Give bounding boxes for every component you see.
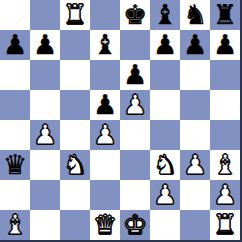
square-g8[interactable]: ♞ xyxy=(180,0,210,30)
piece-black-pawn-h7: ♟ xyxy=(213,31,237,58)
square-a6[interactable] xyxy=(0,60,30,90)
piece-white-bishop-h3: ♝ xyxy=(213,151,237,178)
piece-white-pawn-h2: ♟ xyxy=(213,181,237,208)
piece-white-bishop-a1: ♝ xyxy=(3,211,27,238)
square-c1[interactable] xyxy=(60,210,90,240)
piece-black-bishop-d7: ♝ xyxy=(93,31,117,58)
square-a1[interactable]: ♝ xyxy=(0,210,30,240)
square-d7[interactable]: ♝ xyxy=(90,30,120,60)
square-b5[interactable] xyxy=(30,90,60,120)
square-f5[interactable] xyxy=(150,90,180,120)
square-c8[interactable]: ♜ xyxy=(60,0,90,30)
piece-white-pawn-b4: ♟ xyxy=(33,121,57,148)
square-a5[interactable] xyxy=(0,90,30,120)
piece-white-rook-h1: ♜ xyxy=(213,211,237,238)
square-a7[interactable]: ♟ xyxy=(0,30,30,60)
square-e5[interactable]: ♟ xyxy=(120,90,150,120)
piece-black-pawn-e6: ♟ xyxy=(123,61,147,88)
square-b2[interactable] xyxy=(30,180,60,210)
square-e4[interactable] xyxy=(120,120,150,150)
square-b6[interactable] xyxy=(30,60,60,90)
piece-black-pawn-d5: ♟ xyxy=(93,91,117,118)
square-a2[interactable] xyxy=(0,180,30,210)
square-g5[interactable] xyxy=(180,90,210,120)
square-f8[interactable]: ♝ xyxy=(150,0,180,30)
square-d1[interactable]: ♛ xyxy=(90,210,120,240)
square-b8[interactable] xyxy=(30,0,60,30)
square-e8[interactable]: ♚ xyxy=(120,0,150,30)
square-g4[interactable] xyxy=(180,120,210,150)
chess-board: ♜♚♝♞♜♟♟♝♟♟♟♟♟♟♟♟♛♞♞♟♝♟♟♝♛♚♜ xyxy=(0,0,242,242)
square-h7[interactable]: ♟ xyxy=(210,30,240,60)
square-e1[interactable]: ♚ xyxy=(120,210,150,240)
square-g3[interactable]: ♟ xyxy=(180,150,210,180)
square-h3[interactable]: ♝ xyxy=(210,150,240,180)
piece-black-pawn-f7: ♟ xyxy=(153,31,177,58)
piece-white-queen-d1: ♛ xyxy=(93,211,117,238)
piece-white-king-e1: ♚ xyxy=(123,211,147,238)
square-f7[interactable]: ♟ xyxy=(150,30,180,60)
square-h6[interactable] xyxy=(210,60,240,90)
square-g6[interactable] xyxy=(180,60,210,90)
square-c7[interactable] xyxy=(60,30,90,60)
square-b1[interactable] xyxy=(30,210,60,240)
square-g7[interactable]: ♟ xyxy=(180,30,210,60)
square-d4[interactable]: ♟ xyxy=(90,120,120,150)
piece-black-pawn-a7: ♟ xyxy=(3,31,27,58)
square-b7[interactable]: ♟ xyxy=(30,30,60,60)
square-h5[interactable] xyxy=(210,90,240,120)
piece-black-queen-a3: ♛ xyxy=(3,151,27,178)
square-g1[interactable] xyxy=(180,210,210,240)
piece-black-bishop-f8: ♝ xyxy=(153,1,177,28)
square-h1[interactable]: ♜ xyxy=(210,210,240,240)
square-c4[interactable] xyxy=(60,120,90,150)
square-b4[interactable]: ♟ xyxy=(30,120,60,150)
square-a4[interactable] xyxy=(0,120,30,150)
piece-black-pawn-g7: ♟ xyxy=(183,31,207,58)
piece-white-rook-c8: ♜ xyxy=(63,1,87,28)
square-d5[interactable]: ♟ xyxy=(90,90,120,120)
square-c6[interactable] xyxy=(60,60,90,90)
square-c3[interactable]: ♞ xyxy=(60,150,90,180)
square-d8[interactable] xyxy=(90,0,120,30)
square-c2[interactable] xyxy=(60,180,90,210)
piece-white-pawn-f2: ♟ xyxy=(153,181,177,208)
square-e6[interactable]: ♟ xyxy=(120,60,150,90)
piece-white-knight-c3: ♞ xyxy=(63,151,87,178)
square-h8[interactable]: ♜ xyxy=(210,0,240,30)
piece-white-pawn-g3: ♟ xyxy=(183,151,207,178)
square-f6[interactable] xyxy=(150,60,180,90)
square-d3[interactable] xyxy=(90,150,120,180)
square-h4[interactable] xyxy=(210,120,240,150)
square-e7[interactable] xyxy=(120,30,150,60)
piece-white-pawn-d4: ♟ xyxy=(93,121,117,148)
square-e3[interactable] xyxy=(120,150,150,180)
square-b3[interactable] xyxy=(30,150,60,180)
square-a8[interactable] xyxy=(0,0,30,30)
square-g2[interactable] xyxy=(180,180,210,210)
square-e2[interactable] xyxy=(120,180,150,210)
square-a3[interactable]: ♛ xyxy=(0,150,30,180)
piece-white-knight-f3: ♞ xyxy=(153,151,177,178)
square-f1[interactable] xyxy=(150,210,180,240)
square-f3[interactable]: ♞ xyxy=(150,150,180,180)
piece-black-pawn-b7: ♟ xyxy=(33,31,57,58)
square-f4[interactable] xyxy=(150,120,180,150)
piece-black-king-e8: ♚ xyxy=(123,1,147,28)
piece-black-rook-h8: ♜ xyxy=(213,1,237,28)
square-d6[interactable] xyxy=(90,60,120,90)
square-c5[interactable] xyxy=(60,90,90,120)
piece-black-knight-g8: ♞ xyxy=(183,1,207,28)
square-h2[interactable]: ♟ xyxy=(210,180,240,210)
square-d2[interactable] xyxy=(90,180,120,210)
square-f2[interactable]: ♟ xyxy=(150,180,180,210)
piece-white-pawn-e5: ♟ xyxy=(123,91,147,118)
